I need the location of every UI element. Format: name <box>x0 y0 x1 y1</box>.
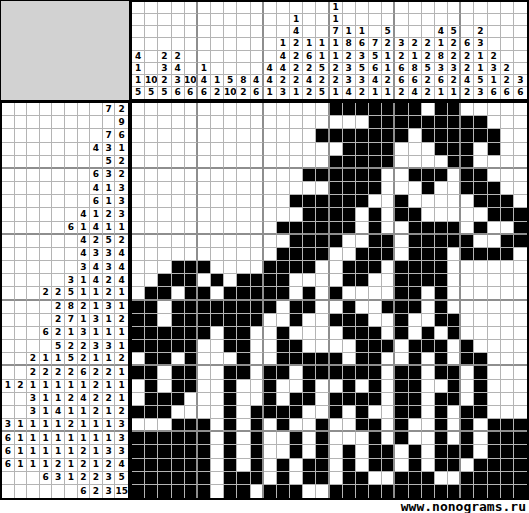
grid-cell[interactable] <box>211 366 224 379</box>
grid-cell[interactable] <box>461 169 474 182</box>
grid-cell[interactable] <box>251 301 264 314</box>
grid-cell[interactable] <box>422 419 435 432</box>
grid-cell[interactable] <box>264 208 277 221</box>
grid-cell[interactable] <box>461 472 474 485</box>
grid-cell[interactable] <box>316 248 329 261</box>
grid-cell[interactable] <box>251 103 264 116</box>
grid-cell[interactable] <box>343 353 356 366</box>
grid-cell[interactable] <box>303 380 316 393</box>
grid-cell[interactable] <box>158 366 171 379</box>
grid-cell[interactable] <box>395 235 408 248</box>
grid-cell[interactable] <box>251 380 264 393</box>
grid-cell[interactable] <box>290 380 303 393</box>
grid-cell[interactable] <box>409 182 422 195</box>
grid-cell[interactable] <box>277 103 290 116</box>
grid-cell[interactable] <box>172 129 185 142</box>
grid-cell[interactable] <box>330 143 343 156</box>
grid-cell[interactable] <box>316 103 329 116</box>
grid-cell[interactable] <box>277 366 290 379</box>
grid-cell[interactable] <box>303 195 316 208</box>
grid-cell[interactable] <box>237 261 250 274</box>
grid-cell[interactable] <box>185 301 198 314</box>
grid-cell[interactable] <box>448 445 461 458</box>
grid-cell[interactable] <box>461 327 474 340</box>
grid-cell[interactable] <box>132 485 145 498</box>
grid-cell[interactable] <box>343 432 356 445</box>
grid-cell[interactable] <box>277 353 290 366</box>
grid-cell[interactable] <box>514 116 527 129</box>
grid-cell[interactable] <box>448 222 461 235</box>
grid-cell[interactable] <box>303 472 316 485</box>
grid-cell[interactable] <box>488 195 501 208</box>
grid-cell[interactable] <box>316 156 329 169</box>
grid-cell[interactable] <box>422 472 435 485</box>
grid-cell[interactable] <box>277 432 290 445</box>
grid-cell[interactable] <box>356 419 369 432</box>
grid-cell[interactable] <box>501 445 514 458</box>
grid-cell[interactable] <box>382 459 395 472</box>
grid-cell[interactable] <box>198 366 211 379</box>
grid-cell[interactable] <box>422 340 435 353</box>
grid-cell[interactable] <box>448 156 461 169</box>
grid-cell[interactable] <box>316 129 329 142</box>
grid-cell[interactable] <box>382 182 395 195</box>
grid-cell[interactable] <box>158 129 171 142</box>
grid-cell[interactable] <box>435 222 448 235</box>
grid-cell[interactable] <box>185 195 198 208</box>
grid-cell[interactable] <box>198 287 211 300</box>
grid-cell[interactable] <box>264 353 277 366</box>
grid-cell[interactable] <box>488 116 501 129</box>
grid-cell[interactable] <box>448 182 461 195</box>
grid-cell[interactable] <box>198 432 211 445</box>
grid-cell[interactable] <box>158 235 171 248</box>
grid-cell[interactable] <box>237 459 250 472</box>
grid-cell[interactable] <box>422 182 435 195</box>
grid-cell[interactable] <box>474 301 487 314</box>
grid-cell[interactable] <box>422 445 435 458</box>
grid-cell[interactable] <box>448 340 461 353</box>
grid-cell[interactable] <box>382 129 395 142</box>
grid-cell[interactable] <box>382 380 395 393</box>
grid-cell[interactable] <box>474 116 487 129</box>
grid-cell[interactable] <box>251 143 264 156</box>
grid-cell[interactable] <box>172 380 185 393</box>
grid-cell[interactable] <box>422 459 435 472</box>
grid-cell[interactable] <box>435 195 448 208</box>
grid-cell[interactable] <box>514 103 527 116</box>
grid-cell[interactable] <box>211 235 224 248</box>
grid-cell[interactable] <box>303 459 316 472</box>
grid-cell[interactable] <box>448 380 461 393</box>
grid-cell[interactable] <box>132 301 145 314</box>
grid-cell[interactable] <box>369 261 382 274</box>
grid-cell[interactable] <box>395 287 408 300</box>
grid-cell[interactable] <box>290 156 303 169</box>
grid-cell[interactable] <box>237 235 250 248</box>
grid-cell[interactable] <box>356 261 369 274</box>
grid-cell[interactable] <box>290 222 303 235</box>
grid-cell[interactable] <box>251 432 264 445</box>
grid-cell[interactable] <box>251 327 264 340</box>
grid-cell[interactable] <box>251 222 264 235</box>
grid-cell[interactable] <box>422 195 435 208</box>
grid-cell[interactable] <box>316 353 329 366</box>
grid-cell[interactable] <box>501 274 514 287</box>
grid-cell[interactable] <box>251 393 264 406</box>
grid-cell[interactable] <box>185 380 198 393</box>
grid-cell[interactable] <box>422 129 435 142</box>
grid-cell[interactable] <box>435 129 448 142</box>
grid-cell[interactable] <box>290 340 303 353</box>
grid-cell[interactable] <box>343 182 356 195</box>
grid-cell[interactable] <box>330 432 343 445</box>
grid-cell[interactable] <box>330 393 343 406</box>
grid-cell[interactable] <box>461 366 474 379</box>
grid-cell[interactable] <box>158 406 171 419</box>
grid-cell[interactable] <box>145 419 158 432</box>
grid-cell[interactable] <box>514 235 527 248</box>
grid-cell[interactable] <box>409 327 422 340</box>
grid-cell[interactable] <box>158 380 171 393</box>
grid-cell[interactable] <box>132 366 145 379</box>
grid-cell[interactable] <box>172 445 185 458</box>
grid-cell[interactable] <box>290 248 303 261</box>
grid-cell[interactable] <box>185 314 198 327</box>
grid-cell[interactable] <box>264 103 277 116</box>
grid-cell[interactable] <box>290 274 303 287</box>
grid-cell[interactable] <box>198 143 211 156</box>
grid-cell[interactable] <box>290 485 303 498</box>
grid-cell[interactable] <box>303 169 316 182</box>
grid-cell[interactable] <box>198 156 211 169</box>
grid-cell[interactable] <box>290 393 303 406</box>
grid-cell[interactable] <box>277 235 290 248</box>
grid-cell[interactable] <box>145 301 158 314</box>
grid-cell[interactable] <box>211 195 224 208</box>
grid-cell[interactable] <box>448 169 461 182</box>
grid-cell[interactable] <box>501 393 514 406</box>
grid-cell[interactable] <box>435 314 448 327</box>
grid-cell[interactable] <box>369 274 382 287</box>
grid-cell[interactable] <box>356 103 369 116</box>
grid-cell[interactable] <box>501 156 514 169</box>
grid-cell[interactable] <box>198 314 211 327</box>
grid-cell[interactable] <box>264 472 277 485</box>
grid-cell[interactable] <box>145 353 158 366</box>
grid-cell[interactable] <box>435 169 448 182</box>
grid-cell[interactable] <box>158 301 171 314</box>
grid-cell[interactable] <box>330 235 343 248</box>
grid-cell[interactable] <box>237 472 250 485</box>
grid-cell[interactable] <box>224 169 237 182</box>
grid-cell[interactable] <box>237 222 250 235</box>
grid-cell[interactable] <box>198 169 211 182</box>
grid-cell[interactable] <box>330 129 343 142</box>
grid-cell[interactable] <box>145 340 158 353</box>
grid-cell[interactable] <box>488 314 501 327</box>
grid-cell[interactable] <box>237 248 250 261</box>
grid-cell[interactable] <box>277 445 290 458</box>
grid-cell[interactable] <box>158 261 171 274</box>
grid-cell[interactable] <box>356 129 369 142</box>
grid-cell[interactable] <box>448 485 461 498</box>
grid-cell[interactable] <box>172 143 185 156</box>
grid-cell[interactable] <box>303 432 316 445</box>
grid-cell[interactable] <box>330 459 343 472</box>
grid-cell[interactable] <box>382 143 395 156</box>
grid-cell[interactable] <box>158 445 171 458</box>
grid-cell[interactable] <box>356 314 369 327</box>
grid-cell[interactable] <box>224 103 237 116</box>
grid-cell[interactable] <box>198 222 211 235</box>
grid-cell[interactable] <box>172 156 185 169</box>
grid-cell[interactable] <box>198 195 211 208</box>
grid-cell[interactable] <box>356 235 369 248</box>
grid-cell[interactable] <box>356 393 369 406</box>
grid-cell[interactable] <box>198 248 211 261</box>
grid-cell[interactable] <box>395 103 408 116</box>
grid-cell[interactable] <box>277 182 290 195</box>
grid-cell[interactable] <box>448 235 461 248</box>
grid-cell[interactable] <box>409 143 422 156</box>
grid-cell[interactable] <box>422 103 435 116</box>
grid-cell[interactable] <box>474 103 487 116</box>
grid-cell[interactable] <box>488 380 501 393</box>
grid-cell[interactable] <box>290 366 303 379</box>
grid-cell[interactable] <box>435 419 448 432</box>
grid-cell[interactable] <box>237 287 250 300</box>
grid-cell[interactable] <box>514 287 527 300</box>
grid-cell[interactable] <box>145 485 158 498</box>
grid-cell[interactable] <box>409 380 422 393</box>
grid-cell[interactable] <box>474 406 487 419</box>
grid-cell[interactable] <box>145 116 158 129</box>
grid-cell[interactable] <box>395 116 408 129</box>
grid-cell[interactable] <box>145 314 158 327</box>
grid-cell[interactable] <box>211 340 224 353</box>
grid-cell[interactable] <box>277 287 290 300</box>
grid-cell[interactable] <box>264 406 277 419</box>
grid-cell[interactable] <box>461 445 474 458</box>
grid-cell[interactable] <box>435 366 448 379</box>
grid-cell[interactable] <box>290 103 303 116</box>
grid-cell[interactable] <box>211 314 224 327</box>
grid-cell[interactable] <box>422 235 435 248</box>
grid-cell[interactable] <box>448 419 461 432</box>
grid-cell[interactable] <box>224 156 237 169</box>
grid-cell[interactable] <box>488 156 501 169</box>
grid-cell[interactable] <box>343 248 356 261</box>
grid-cell[interactable] <box>264 485 277 498</box>
grid-cell[interactable] <box>264 445 277 458</box>
grid-cell[interactable] <box>422 406 435 419</box>
grid-cell[interactable] <box>474 222 487 235</box>
grid-cell[interactable] <box>172 340 185 353</box>
grid-cell[interactable] <box>145 103 158 116</box>
grid-cell[interactable] <box>435 248 448 261</box>
grid-cell[interactable] <box>501 314 514 327</box>
grid-cell[interactable] <box>185 103 198 116</box>
grid-cell[interactable] <box>514 143 527 156</box>
grid-cell[interactable] <box>211 301 224 314</box>
grid-cell[interactable] <box>514 169 527 182</box>
grid-cell[interactable] <box>488 340 501 353</box>
grid-cell[interactable] <box>382 327 395 340</box>
grid-cell[interactable] <box>369 129 382 142</box>
grid-cell[interactable] <box>185 393 198 406</box>
grid-cell[interactable] <box>224 182 237 195</box>
grid-cell[interactable] <box>251 235 264 248</box>
grid-cell[interactable] <box>172 248 185 261</box>
grid-cell[interactable] <box>409 261 422 274</box>
grid-cell[interactable] <box>382 485 395 498</box>
grid-cell[interactable] <box>474 459 487 472</box>
grid-cell[interactable] <box>224 274 237 287</box>
grid-cell[interactable] <box>303 116 316 129</box>
grid-cell[interactable] <box>514 459 527 472</box>
grid-cell[interactable] <box>303 314 316 327</box>
grid-cell[interactable] <box>172 169 185 182</box>
grid-cell[interactable] <box>224 314 237 327</box>
grid-cell[interactable] <box>145 366 158 379</box>
grid-cell[interactable] <box>382 248 395 261</box>
grid-cell[interactable] <box>303 419 316 432</box>
grid-cell[interactable] <box>211 327 224 340</box>
grid-cell[interactable] <box>330 287 343 300</box>
grid-cell[interactable] <box>514 353 527 366</box>
grid-cell[interactable] <box>198 353 211 366</box>
grid-cell[interactable] <box>251 248 264 261</box>
grid-cell[interactable] <box>330 380 343 393</box>
grid-cell[interactable] <box>356 432 369 445</box>
grid-cell[interactable] <box>251 274 264 287</box>
grid-cell[interactable] <box>474 485 487 498</box>
grid-cell[interactable] <box>211 169 224 182</box>
grid-cell[interactable] <box>132 235 145 248</box>
grid-cell[interactable] <box>132 287 145 300</box>
grid-cell[interactable] <box>172 366 185 379</box>
grid-cell[interactable] <box>198 327 211 340</box>
grid-cell[interactable] <box>330 103 343 116</box>
grid-cell[interactable] <box>303 406 316 419</box>
grid-cell[interactable] <box>211 459 224 472</box>
grid-cell[interactable] <box>382 103 395 116</box>
grid-cell[interactable] <box>356 248 369 261</box>
grid-cell[interactable] <box>145 208 158 221</box>
grid-cell[interactable] <box>172 485 185 498</box>
grid-cell[interactable] <box>474 195 487 208</box>
grid-cell[interactable] <box>158 459 171 472</box>
nonogram-board[interactable] <box>130 101 529 500</box>
grid-cell[interactable] <box>382 301 395 314</box>
grid-cell[interactable] <box>145 274 158 287</box>
grid-cell[interactable] <box>461 301 474 314</box>
grid-cell[interactable] <box>224 432 237 445</box>
grid-cell[interactable] <box>290 195 303 208</box>
grid-cell[interactable] <box>514 222 527 235</box>
grid-cell[interactable] <box>264 327 277 340</box>
grid-cell[interactable] <box>356 195 369 208</box>
grid-cell[interactable] <box>343 235 356 248</box>
grid-cell[interactable] <box>461 393 474 406</box>
grid-cell[interactable] <box>211 353 224 366</box>
grid-cell[interactable] <box>132 261 145 274</box>
grid-cell[interactable] <box>448 261 461 274</box>
grid-cell[interactable] <box>132 274 145 287</box>
grid-cell[interactable] <box>395 445 408 458</box>
grid-cell[interactable] <box>277 143 290 156</box>
grid-cell[interactable] <box>395 248 408 261</box>
grid-cell[interactable] <box>290 353 303 366</box>
grid-cell[interactable] <box>488 208 501 221</box>
grid-cell[interactable] <box>382 287 395 300</box>
grid-cell[interactable] <box>198 393 211 406</box>
grid-cell[interactable] <box>185 156 198 169</box>
grid-cell[interactable] <box>251 472 264 485</box>
grid-cell[interactable] <box>409 235 422 248</box>
grid-cell[interactable] <box>237 419 250 432</box>
grid-cell[interactable] <box>488 485 501 498</box>
grid-cell[interactable] <box>198 182 211 195</box>
grid-cell[interactable] <box>330 485 343 498</box>
grid-cell[interactable] <box>501 472 514 485</box>
grid-cell[interactable] <box>382 340 395 353</box>
grid-cell[interactable] <box>330 472 343 485</box>
grid-cell[interactable] <box>461 314 474 327</box>
grid-cell[interactable] <box>264 182 277 195</box>
grid-cell[interactable] <box>251 287 264 300</box>
grid-cell[interactable] <box>158 208 171 221</box>
grid-cell[interactable] <box>145 169 158 182</box>
grid-cell[interactable] <box>211 406 224 419</box>
grid-cell[interactable] <box>277 472 290 485</box>
grid-cell[interactable] <box>461 208 474 221</box>
grid-cell[interactable] <box>198 208 211 221</box>
grid-cell[interactable] <box>132 353 145 366</box>
grid-cell[interactable] <box>211 222 224 235</box>
grid-cell[interactable] <box>290 432 303 445</box>
grid-cell[interactable] <box>158 472 171 485</box>
grid-cell[interactable] <box>501 459 514 472</box>
grid-cell[interactable] <box>409 116 422 129</box>
grid-cell[interactable] <box>132 208 145 221</box>
grid-cell[interactable] <box>290 327 303 340</box>
grid-cell[interactable] <box>251 459 264 472</box>
grid-cell[interactable] <box>185 235 198 248</box>
grid-cell[interactable] <box>290 235 303 248</box>
grid-cell[interactable] <box>395 419 408 432</box>
grid-cell[interactable] <box>264 274 277 287</box>
grid-cell[interactable] <box>422 301 435 314</box>
grid-cell[interactable] <box>290 129 303 142</box>
grid-cell[interactable] <box>461 143 474 156</box>
grid-cell[interactable] <box>237 143 250 156</box>
grid-cell[interactable] <box>409 156 422 169</box>
grid-cell[interactable] <box>172 472 185 485</box>
grid-cell[interactable] <box>514 445 527 458</box>
grid-cell[interactable] <box>237 314 250 327</box>
grid-cell[interactable] <box>158 156 171 169</box>
grid-cell[interactable] <box>514 156 527 169</box>
grid-cell[interactable] <box>356 366 369 379</box>
grid-cell[interactable] <box>435 182 448 195</box>
grid-cell[interactable] <box>303 445 316 458</box>
grid-cell[interactable] <box>172 195 185 208</box>
grid-cell[interactable] <box>316 419 329 432</box>
grid-cell[interactable] <box>185 485 198 498</box>
grid-cell[interactable] <box>224 116 237 129</box>
